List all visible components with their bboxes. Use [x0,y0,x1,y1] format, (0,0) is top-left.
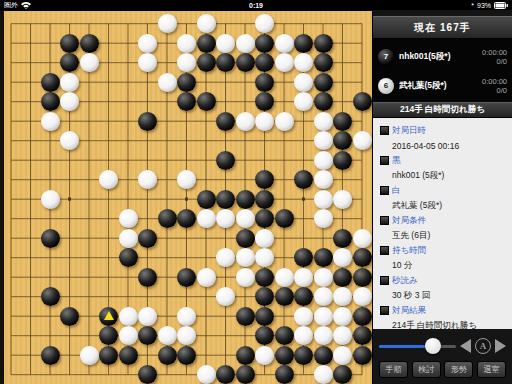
white-stone[interactable] [314,307,333,326]
detail-value: 2016-04-05 00:16 [377,138,508,153]
black-stone[interactable] [236,229,255,248]
black-stone[interactable] [275,209,294,228]
detail-value: 10 分 [377,258,508,273]
black-stone[interactable] [255,34,274,53]
black-stone[interactable] [353,307,372,326]
black-stone[interactable] [158,209,177,228]
white-stone[interactable] [60,73,79,92]
white-stone[interactable] [275,53,294,72]
black-stone[interactable] [275,287,294,306]
black-stone[interactable] [275,346,294,365]
black-stone[interactable] [275,326,294,345]
move-slider[interactable] [379,337,456,355]
white-stone[interactable] [314,287,333,306]
black-player-periods: 0/0 [482,57,507,66]
black-stone[interactable] [333,229,352,248]
previous-move-button[interactable] [460,339,471,353]
white-stone[interactable] [314,151,333,170]
estimate-button[interactable]: 形勢 [444,361,473,378]
white-stone[interactable] [158,14,177,33]
next-move-button[interactable] [495,339,506,353]
white-stone[interactable] [216,34,235,53]
clock-label: 0:19 [0,2,512,9]
white-stone[interactable] [236,34,255,53]
current-move-header: 現在 167手 [373,16,512,39]
white-stone[interactable] [255,112,274,131]
white-player-name: 武礼葉(5段*) [399,80,482,92]
detail-bullet-icon [380,126,389,135]
black-stone[interactable] [255,73,274,92]
white-stone[interactable] [158,326,177,345]
detail-value: 30 秒 3 回 [377,288,508,303]
player-row-black[interactable]: 7 nhk001(5段*) 0:00:00 0/0 [378,42,507,71]
last-move-marker-icon [104,311,114,320]
status-bar: 圏外 0:19 * 93% [0,0,512,10]
white-stone[interactable] [314,365,333,384]
white-stone[interactable] [255,229,274,248]
white-stone-badge-icon: 6 [378,78,394,94]
white-stone[interactable] [236,248,255,267]
detail-value: 214手 白時間切れ勝ち [377,318,508,329]
slider-thumb[interactable] [425,338,441,354]
black-stone[interactable] [80,34,99,53]
white-stone[interactable] [333,346,352,365]
black-stone[interactable] [333,365,352,384]
white-stone[interactable] [197,209,216,228]
white-stone[interactable] [119,209,138,228]
white-stone[interactable] [236,112,255,131]
black-stone[interactable] [138,112,157,131]
detail-label: 黒 [377,153,508,168]
detail-bullet-icon [380,216,389,225]
black-stone[interactable] [353,248,372,267]
black-stone[interactable] [333,112,352,131]
black-stone[interactable] [138,365,157,384]
info-panel: 現在 167手 7 nhk001(5段*) 0:00:00 0/0 6 武礼葉(… [372,10,512,384]
white-stone[interactable] [119,326,138,345]
black-stone[interactable] [197,34,216,53]
black-stone[interactable] [41,287,60,306]
black-stone[interactable] [353,326,372,345]
white-stone[interactable] [197,268,216,287]
black-stone[interactable] [236,190,255,209]
black-stone[interactable] [333,268,352,287]
black-stone[interactable] [294,346,313,365]
white-stone[interactable] [236,268,255,287]
black-stone[interactable] [99,346,118,365]
white-stone[interactable] [275,268,294,287]
black-stone[interactable] [216,365,235,384]
white-stone[interactable] [275,112,294,131]
detail-bullet-icon [380,306,389,315]
black-stone[interactable] [216,190,235,209]
white-stone[interactable] [333,190,352,209]
player-row-white[interactable]: 6 武礼葉(5段*) 0:00:00 0/0 [378,71,507,100]
white-stone[interactable] [177,34,196,53]
black-stone[interactable] [158,346,177,365]
black-stone[interactable] [216,112,235,131]
black-stone[interactable] [255,307,274,326]
go-board[interactable] [0,10,372,384]
detail-value: 互先 (6目) [377,228,508,243]
black-stone[interactable] [236,53,255,72]
black-stone[interactable] [353,92,372,111]
white-stone[interactable] [314,209,333,228]
white-player-periods: 0/0 [482,86,507,95]
black-stone[interactable] [236,307,255,326]
white-stone[interactable] [314,268,333,287]
black-stone[interactable] [177,268,196,287]
black-stone[interactable] [255,268,274,287]
detail-value: nhk001 (5段*) [377,168,508,183]
black-stone[interactable] [41,346,60,365]
white-stone[interactable] [314,190,333,209]
black-stone[interactable] [314,92,333,111]
detail-label: 対局条件 [377,213,508,228]
detail-bullet-icon [380,276,389,285]
black-stone[interactable] [41,229,60,248]
white-stone[interactable] [314,131,333,150]
black-stone[interactable] [177,346,196,365]
detail-value: 武礼葉 (5段*) [377,198,508,213]
black-stone[interactable] [314,248,333,267]
white-stone[interactable] [138,34,157,53]
white-stone[interactable] [255,346,274,365]
detail-label: 白 [377,183,508,198]
black-stone[interactable] [177,73,196,92]
detail-label: 持ち時間 [377,243,508,258]
white-stone[interactable] [119,229,138,248]
white-stone[interactable] [80,53,99,72]
white-stone[interactable] [294,73,313,92]
action-button-row: 手順検討形勢退室 [379,361,506,380]
black-stone[interactable] [333,151,352,170]
white-stone[interactable] [41,112,60,131]
white-stone[interactable] [294,268,313,287]
black-stone[interactable] [236,365,255,384]
moves-button[interactable]: 手順 [379,361,408,378]
black-stone[interactable] [314,346,333,365]
white-stone[interactable] [197,365,216,384]
white-stone[interactable] [138,307,157,326]
game-details-list: 対局日時2016-04-05 00:16黒nhk001 (5段*)白武礼葉 (5… [373,118,512,329]
black-stone[interactable] [294,34,313,53]
black-stone[interactable] [314,53,333,72]
white-stone[interactable] [80,346,99,365]
white-player-time: 0:00:00 [482,77,507,86]
black-stone[interactable] [275,365,294,384]
black-stone[interactable] [197,53,216,72]
black-stone[interactable] [197,190,216,209]
black-stone[interactable] [119,248,138,267]
white-stone[interactable] [294,307,313,326]
white-stone[interactable] [197,14,216,33]
black-stone[interactable] [60,34,79,53]
detail-bullet-icon [380,156,389,165]
black-stone[interactable] [236,346,255,365]
detail-label: 秒読み [377,273,508,288]
white-stone[interactable] [314,112,333,131]
black-stone[interactable] [138,268,157,287]
result-bar: 214手 白時間切れ勝ち [373,102,512,118]
black-stone[interactable] [60,307,79,326]
black-stone[interactable] [138,229,157,248]
detail-label: 対局結果 [377,303,508,318]
white-stone[interactable] [158,73,177,92]
black-stone[interactable] [314,34,333,53]
players-section: 7 nhk001(5段*) 0:00:00 0/0 6 武礼葉(5段*) 0:0… [373,39,512,102]
detail-bullet-icon [380,186,389,195]
black-player-time: 0:00:00 [482,48,507,57]
black-stone[interactable] [41,73,60,92]
black-stone[interactable] [119,346,138,365]
white-stone[interactable] [314,326,333,345]
white-stone[interactable] [353,131,372,150]
white-stone[interactable] [119,307,138,326]
black-stone[interactable] [353,268,372,287]
white-stone[interactable] [41,190,60,209]
auto-play-button[interactable]: A [475,338,491,354]
detail-bullet-icon [380,246,389,255]
black-stone[interactable] [255,190,274,209]
white-stone[interactable] [353,287,372,306]
black-player-name: nhk001(5段*) [399,51,482,63]
white-stone[interactable] [275,34,294,53]
black-stone[interactable] [41,92,60,111]
black-stone[interactable] [353,346,372,365]
detail-label: 対局日時 [377,123,508,138]
leave-button[interactable]: 退室 [477,361,506,378]
white-stone[interactable] [177,307,196,326]
white-stone[interactable] [333,307,352,326]
black-stone[interactable] [197,92,216,111]
white-stone[interactable] [353,229,372,248]
black-stone[interactable] [216,151,235,170]
playback-controls: A 手順検討形勢退室 [373,329,512,384]
white-stone[interactable] [314,170,333,189]
black-stone-badge-icon: 7 [378,49,394,65]
review-button[interactable]: 検討 [412,361,441,378]
black-stone[interactable] [314,73,333,92]
white-stone[interactable] [236,209,255,228]
